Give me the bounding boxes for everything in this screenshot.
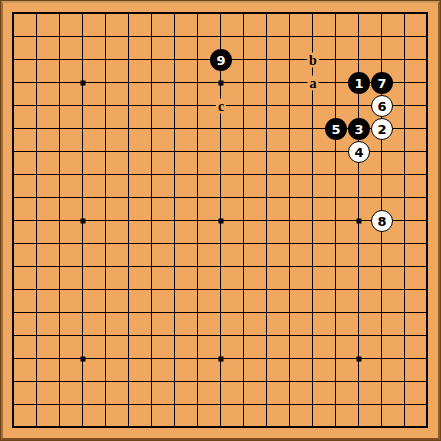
point-label-a: a [308,76,319,91]
star-point [219,81,224,86]
star-point [81,357,86,362]
point-label-c: c [216,99,226,114]
star-point [219,219,224,224]
star-point [357,219,362,224]
star-point [219,357,224,362]
stone-black-9: 9 [210,49,232,71]
stone-white-2: 2 [371,118,393,140]
stone-white-8: 8 [371,210,393,232]
point-label-b: b [307,53,319,68]
star-point [81,219,86,224]
stone-black-1: 1 [348,72,370,94]
stone-black-3: 3 [348,118,370,140]
stone-white-6: 6 [371,95,393,117]
go-board-diagram: 123456789abc [0,0,441,441]
stone-black-5: 5 [325,118,347,140]
stone-white-4: 4 [348,141,370,163]
stone-black-7: 7 [371,72,393,94]
star-point [357,357,362,362]
star-point [81,81,86,86]
